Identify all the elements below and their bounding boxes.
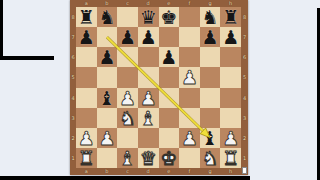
square-a1[interactable]: ♜ <box>76 148 97 168</box>
video-frame: abcdefgh abcdefgh 87654321 87654321 ♜♞♛♚… <box>0 0 320 180</box>
coordinate-label: 4 <box>241 88 248 108</box>
square-e6[interactable]: ♟ <box>159 47 180 67</box>
side-to-move-indicator-white <box>242 167 247 174</box>
square-g1[interactable]: ♞ <box>200 148 221 168</box>
square-h4[interactable] <box>220 88 241 108</box>
black-knight: ♞ <box>98 7 115 27</box>
square-f4[interactable] <box>179 88 200 108</box>
square-c1[interactable]: ♝ <box>117 148 138 168</box>
square-f6[interactable] <box>179 47 200 67</box>
black-pawn: ♟ <box>140 27 157 47</box>
square-d4[interactable]: ♟ <box>138 88 159 108</box>
square-a5[interactable] <box>76 67 97 87</box>
white-rook: ♜ <box>78 147 95 167</box>
letterbox-artifact <box>0 176 250 180</box>
white-pawn: ♟ <box>181 67 198 87</box>
square-e7[interactable] <box>159 27 180 47</box>
black-rook: ♜ <box>222 7 239 27</box>
square-e8[interactable]: ♚ <box>159 7 180 27</box>
square-d8[interactable]: ♛ <box>138 7 159 27</box>
coordinate-label: 8 <box>241 7 248 27</box>
coordinate-label: 7 <box>241 27 248 47</box>
coordinate-label: d <box>138 168 159 175</box>
coordinate-label: 5 <box>241 67 248 87</box>
square-g7[interactable]: ♟ <box>200 27 221 47</box>
square-g2[interactable]: ♝ <box>200 128 221 148</box>
letterbox-artifact <box>0 56 54 60</box>
square-d1[interactable]: ♛ <box>138 148 159 168</box>
black-pawn: ♟ <box>119 27 136 47</box>
square-h7[interactable]: ♟ <box>220 27 241 47</box>
square-b4[interactable]: ♝ <box>97 88 118 108</box>
square-f1[interactable] <box>179 148 200 168</box>
square-h5[interactable] <box>220 67 241 87</box>
chess-board: abcdefgh abcdefgh 87654321 87654321 ♜♞♛♚… <box>70 0 248 175</box>
square-f2[interactable]: ♟ <box>179 128 200 148</box>
square-a3[interactable] <box>76 108 97 128</box>
square-b5[interactable] <box>97 67 118 87</box>
file-labels-bottom: abcdefgh <box>76 168 241 175</box>
white-rook: ♜ <box>222 147 239 167</box>
white-pawn: ♟ <box>119 87 136 107</box>
square-b8[interactable]: ♞ <box>97 7 118 27</box>
white-knight: ♞ <box>202 147 219 167</box>
coordinate-label: c <box>117 0 138 7</box>
square-e1[interactable]: ♚ <box>159 148 180 168</box>
square-g3[interactable] <box>200 108 221 128</box>
coordinate-label: f <box>179 168 200 175</box>
white-pawn: ♟ <box>78 127 95 147</box>
black-king: ♚ <box>160 7 177 27</box>
coordinate-label: h <box>220 168 241 175</box>
coordinate-label: 6 <box>241 47 248 67</box>
square-c5[interactable] <box>117 67 138 87</box>
rank-labels-right: 87654321 <box>241 7 248 168</box>
square-f7[interactable] <box>179 27 200 47</box>
black-pawn: ♟ <box>160 47 177 67</box>
square-h8[interactable]: ♜ <box>220 7 241 27</box>
white-bishop: ♝ <box>119 147 136 167</box>
square-d6[interactable] <box>138 47 159 67</box>
square-b1[interactable] <box>97 148 118 168</box>
square-b2[interactable]: ♟ <box>97 128 118 148</box>
coordinate-label: f <box>179 0 200 7</box>
white-pawn: ♟ <box>140 87 157 107</box>
letterbox-artifact <box>0 0 3 57</box>
square-a4[interactable] <box>76 88 97 108</box>
black-bishop: ♝ <box>98 87 115 107</box>
black-pawn: ♟ <box>78 27 95 47</box>
board-grid: ♜♞♛♚♞♜♟♟♟♟♟♟♟♟♝♟♟♞♝♟♟♟♝♟♜♝♛♚♞♜ <box>76 7 241 168</box>
square-c7[interactable]: ♟ <box>117 27 138 47</box>
square-g5[interactable] <box>200 67 221 87</box>
square-b6[interactable]: ♟ <box>97 47 118 67</box>
coordinate-label: a <box>76 168 97 175</box>
white-pawn: ♟ <box>181 127 198 147</box>
coordinate-label: c <box>117 168 138 175</box>
square-e3[interactable] <box>159 108 180 128</box>
coordinate-label: 1 <box>241 148 248 168</box>
black-rook: ♜ <box>78 7 95 27</box>
square-a7[interactable]: ♟ <box>76 27 97 47</box>
coordinate-label: g <box>200 168 221 175</box>
black-bishop: ♝ <box>202 127 219 147</box>
square-d3[interactable]: ♝ <box>138 108 159 128</box>
square-c4[interactable]: ♟ <box>117 88 138 108</box>
white-king: ♚ <box>160 147 177 167</box>
square-e5[interactable] <box>159 67 180 87</box>
coordinate-label: 2 <box>241 128 248 148</box>
square-d5[interactable] <box>138 67 159 87</box>
square-c8[interactable] <box>117 7 138 27</box>
square-e4[interactable] <box>159 88 180 108</box>
square-g4[interactable] <box>200 88 221 108</box>
square-d7[interactable]: ♟ <box>138 27 159 47</box>
square-c6[interactable] <box>117 47 138 67</box>
square-h2[interactable]: ♟ <box>220 128 241 148</box>
square-h6[interactable] <box>220 47 241 67</box>
coordinate-label: b <box>97 168 118 175</box>
square-f8[interactable] <box>179 7 200 27</box>
square-g6[interactable] <box>200 47 221 67</box>
square-a6[interactable] <box>76 47 97 67</box>
black-pawn: ♟ <box>202 27 219 47</box>
square-h3[interactable] <box>220 108 241 128</box>
square-a2[interactable]: ♟ <box>76 128 97 148</box>
white-pawn: ♟ <box>98 127 115 147</box>
square-c3[interactable]: ♞ <box>117 108 138 128</box>
square-a8[interactable]: ♜ <box>76 7 97 27</box>
square-c2[interactable] <box>117 128 138 148</box>
black-knight: ♞ <box>202 7 219 27</box>
black-queen: ♛ <box>140 7 157 27</box>
square-f5[interactable]: ♟ <box>179 67 200 87</box>
square-h1[interactable]: ♜ <box>220 148 241 168</box>
white-bishop: ♝ <box>140 107 157 127</box>
white-knight: ♞ <box>119 107 136 127</box>
square-g8[interactable]: ♞ <box>200 7 221 27</box>
square-d2[interactable] <box>138 128 159 148</box>
white-pawn: ♟ <box>222 127 239 147</box>
square-e2[interactable] <box>159 128 180 148</box>
black-pawn: ♟ <box>98 47 115 67</box>
square-f3[interactable] <box>179 108 200 128</box>
coordinate-label: 3 <box>241 108 248 128</box>
square-b7[interactable] <box>97 27 118 47</box>
coordinate-label: e <box>159 168 180 175</box>
square-b3[interactable] <box>97 108 118 128</box>
black-pawn: ♟ <box>222 27 239 47</box>
white-queen: ♛ <box>140 147 157 167</box>
